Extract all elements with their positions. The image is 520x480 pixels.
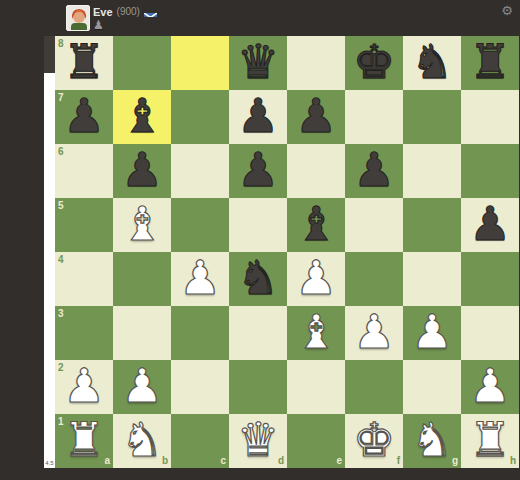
square-c6[interactable] <box>171 144 229 198</box>
square-g4[interactable] <box>403 252 461 306</box>
square-b4[interactable] <box>113 252 171 306</box>
square-d1[interactable]: d♛ <box>229 414 287 468</box>
piece-white-bishop[interactable]: ♝ <box>113 196 171 250</box>
square-g2[interactable] <box>403 360 461 414</box>
eval-bar: 4.5 <box>44 36 55 468</box>
file-label-e: e <box>336 456 342 466</box>
piece-white-knight[interactable]: ♞ <box>403 412 461 466</box>
square-d6[interactable]: ♟ <box>229 144 287 198</box>
piece-black-pawn[interactable]: ♟ <box>345 142 403 196</box>
square-b3[interactable] <box>113 306 171 360</box>
square-e6[interactable] <box>287 144 345 198</box>
square-c3[interactable] <box>171 306 229 360</box>
square-a4[interactable]: 4 <box>55 252 113 306</box>
square-h5[interactable]: ♟ <box>461 198 519 252</box>
square-h7[interactable] <box>461 90 519 144</box>
piece-black-knight[interactable]: ♞ <box>403 34 461 88</box>
piece-black-rook[interactable]: ♜ <box>461 34 519 88</box>
piece-black-pawn[interactable]: ♟ <box>55 88 113 142</box>
piece-white-pawn[interactable]: ♟ <box>461 358 519 412</box>
square-a1[interactable]: 1a♜ <box>55 414 113 468</box>
square-e2[interactable] <box>287 360 345 414</box>
square-a2[interactable]: 2♟ <box>55 360 113 414</box>
square-d5[interactable] <box>229 198 287 252</box>
square-a8[interactable]: 8♜ <box>55 36 113 90</box>
piece-white-pawn[interactable]: ♟ <box>171 250 229 304</box>
square-b6[interactable]: ♟ <box>113 144 171 198</box>
square-f1[interactable]: f♚ <box>345 414 403 468</box>
gear-icon[interactable]: ⚙ <box>500 4 514 18</box>
square-f3[interactable]: ♟ <box>345 306 403 360</box>
rank-label-3: 3 <box>58 309 64 319</box>
square-f2[interactable] <box>345 360 403 414</box>
square-f5[interactable] <box>345 198 403 252</box>
square-h1[interactable]: h♜ <box>461 414 519 468</box>
square-b5[interactable]: ♝ <box>113 198 171 252</box>
eval-bar-black-section <box>44 36 55 73</box>
square-f6[interactable]: ♟ <box>345 144 403 198</box>
piece-white-pawn[interactable]: ♟ <box>55 358 113 412</box>
avatar-image <box>67 6 90 31</box>
file-label-c: c <box>220 456 226 466</box>
rank-label-4: 4 <box>58 255 64 265</box>
avatar[interactable] <box>66 5 90 31</box>
chess-board: 8♜♛♚♞♜7♟♝♟♟6♟♟♟5♝♝♟4♟♞♟3♝♟♟2♟♟♟1a♜b♞cd♛e… <box>55 36 519 468</box>
piece-black-bishop[interactable]: ♝ <box>287 196 345 250</box>
piece-black-pawn[interactable]: ♟ <box>287 88 345 142</box>
square-e1[interactable]: e <box>287 414 345 468</box>
square-c5[interactable] <box>171 198 229 252</box>
piece-white-rook[interactable]: ♜ <box>461 412 519 466</box>
square-e5[interactable]: ♝ <box>287 198 345 252</box>
piece-black-pawn[interactable]: ♟ <box>113 142 171 196</box>
square-f8[interactable]: ♚ <box>345 36 403 90</box>
square-g6[interactable] <box>403 144 461 198</box>
square-e8[interactable] <box>287 36 345 90</box>
eval-bar-white-section: 4.5 <box>44 73 55 468</box>
square-e4[interactable]: ♟ <box>287 252 345 306</box>
piece-black-king[interactable]: ♚ <box>345 34 403 88</box>
square-a5[interactable]: 5 <box>55 198 113 252</box>
square-h4[interactable] <box>461 252 519 306</box>
piece-white-rook[interactable]: ♜ <box>55 412 113 466</box>
square-h3[interactable] <box>461 306 519 360</box>
piece-white-bishop[interactable]: ♝ <box>287 304 345 358</box>
square-g3[interactable]: ♟ <box>403 306 461 360</box>
square-a3[interactable]: 3 <box>55 306 113 360</box>
square-c1[interactable]: c <box>171 414 229 468</box>
square-a6[interactable]: 6 <box>55 144 113 198</box>
country-flag-icon <box>144 8 157 17</box>
square-c8[interactable] <box>171 36 229 90</box>
piece-black-knight[interactable]: ♞ <box>229 250 287 304</box>
piece-white-queen[interactable]: ♛ <box>229 412 287 466</box>
piece-white-knight[interactable]: ♞ <box>113 412 171 466</box>
player-bar: Eve (900) ♟ ⚙ <box>0 0 520 36</box>
piece-white-king[interactable]: ♚ <box>345 412 403 466</box>
square-b7[interactable]: ♝ <box>113 90 171 144</box>
piece-black-pawn[interactable]: ♟ <box>461 196 519 250</box>
square-d8[interactable]: ♛ <box>229 36 287 90</box>
square-b1[interactable]: b♞ <box>113 414 171 468</box>
rank-label-6: 6 <box>58 147 64 157</box>
square-f4[interactable] <box>345 252 403 306</box>
square-c4[interactable]: ♟ <box>171 252 229 306</box>
piece-black-queen[interactable]: ♛ <box>229 34 287 88</box>
square-a7[interactable]: 7♟ <box>55 90 113 144</box>
player-name[interactable]: Eve <box>93 6 113 18</box>
square-h2[interactable]: ♟ <box>461 360 519 414</box>
square-d3[interactable] <box>229 306 287 360</box>
player-rating: (900) <box>117 6 140 18</box>
square-h6[interactable] <box>461 144 519 198</box>
square-e7[interactable]: ♟ <box>287 90 345 144</box>
square-c2[interactable] <box>171 360 229 414</box>
square-d4[interactable]: ♞ <box>229 252 287 306</box>
captured-pieces: ♟ <box>93 19 157 32</box>
square-g5[interactable] <box>403 198 461 252</box>
rank-label-5: 5 <box>58 201 64 211</box>
eval-score: 4.5 <box>44 460 55 466</box>
square-g1[interactable]: g♞ <box>403 414 461 468</box>
square-c7[interactable] <box>171 90 229 144</box>
square-b8[interactable] <box>113 36 171 90</box>
piece-black-bishop[interactable]: ♝ <box>113 88 171 142</box>
square-g8[interactable]: ♞ <box>403 36 461 90</box>
square-b2[interactable]: ♟ <box>113 360 171 414</box>
square-f7[interactable] <box>345 90 403 144</box>
square-d2[interactable] <box>229 360 287 414</box>
square-e3[interactable]: ♝ <box>287 306 345 360</box>
piece-black-rook[interactable]: ♜ <box>55 34 113 88</box>
piece-black-pawn[interactable]: ♟ <box>229 88 287 142</box>
square-g7[interactable] <box>403 90 461 144</box>
piece-white-pawn[interactable]: ♟ <box>113 358 171 412</box>
piece-white-pawn[interactable]: ♟ <box>403 304 461 358</box>
piece-white-pawn[interactable]: ♟ <box>345 304 403 358</box>
piece-black-pawn[interactable]: ♟ <box>229 142 287 196</box>
square-h8[interactable]: ♜ <box>461 36 519 90</box>
square-d7[interactable]: ♟ <box>229 90 287 144</box>
piece-white-pawn[interactable]: ♟ <box>287 250 345 304</box>
